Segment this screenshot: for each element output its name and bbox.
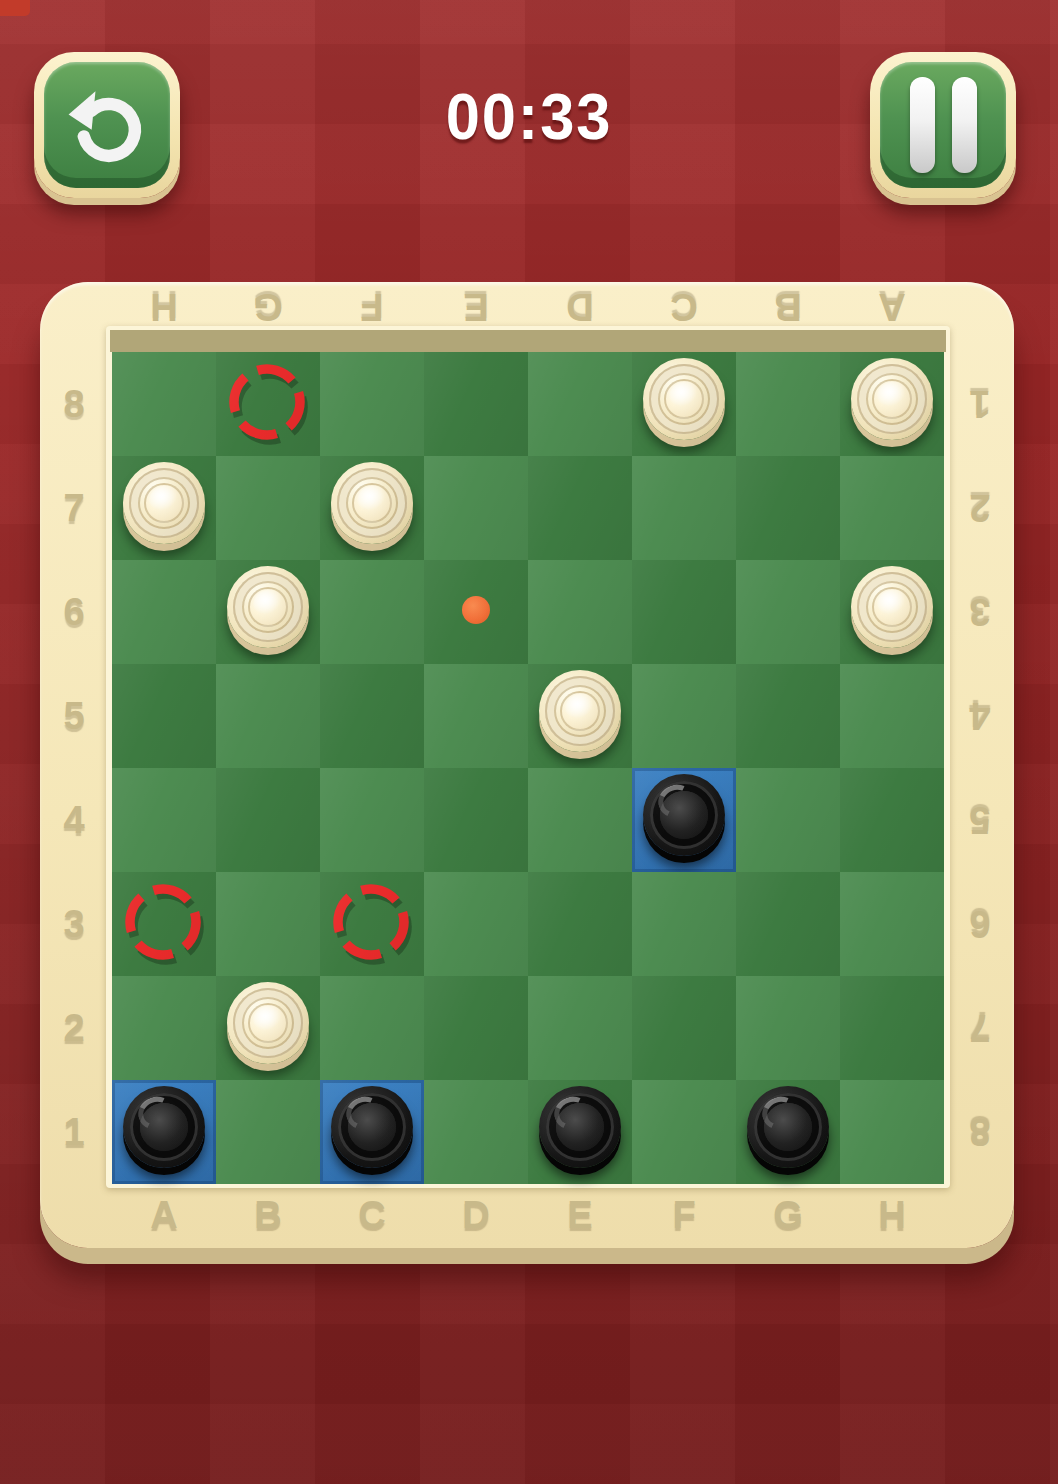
piece-shine xyxy=(654,780,699,822)
square-a8[interactable] xyxy=(112,352,216,456)
piece-shine xyxy=(342,1092,387,1134)
square-d2[interactable] xyxy=(424,976,528,1080)
pause-button-face xyxy=(880,62,1006,188)
file-label-bottom-e: E xyxy=(528,1194,632,1238)
square-b1[interactable] xyxy=(216,1080,320,1184)
rank-label-left-1: 1 xyxy=(42,1080,106,1184)
square-c2[interactable] xyxy=(320,976,424,1080)
square-d6[interactable] xyxy=(424,560,528,664)
rank-label-right-3: 3 xyxy=(948,560,1012,664)
square-b6[interactable] xyxy=(216,560,320,664)
capture-target-ring[interactable] xyxy=(221,356,315,450)
square-f8[interactable] xyxy=(632,352,736,456)
square-h2[interactable] xyxy=(840,976,944,1080)
square-f4[interactable] xyxy=(632,768,736,872)
square-e4[interactable] xyxy=(528,768,632,872)
piece-shine xyxy=(874,586,910,618)
pause-icon xyxy=(910,77,977,173)
piece-shine xyxy=(550,1092,595,1134)
white-checker-c7[interactable] xyxy=(331,462,413,544)
square-e5[interactable] xyxy=(528,664,632,768)
file-label-bottom-b: B xyxy=(216,1194,320,1238)
square-a3[interactable] xyxy=(112,872,216,976)
white-checker-a7[interactable] xyxy=(123,462,205,544)
square-e7[interactable] xyxy=(528,456,632,560)
rank-labels-left: 87654321 xyxy=(42,352,106,1184)
square-a7[interactable] xyxy=(112,456,216,560)
rank-label-right-4: 4 xyxy=(948,664,1012,768)
file-label-bottom-d: D xyxy=(424,1194,528,1238)
white-checker-b2[interactable] xyxy=(227,982,309,1064)
square-e1[interactable] xyxy=(528,1080,632,1184)
square-f3[interactable] xyxy=(632,872,736,976)
capture-target-ring[interactable] xyxy=(117,876,211,970)
piece-shine xyxy=(666,378,702,410)
square-d4[interactable] xyxy=(424,768,528,872)
square-g8[interactable] xyxy=(736,352,840,456)
white-checker-h6[interactable] xyxy=(851,566,933,648)
square-c3[interactable] xyxy=(320,872,424,976)
square-f6[interactable] xyxy=(632,560,736,664)
rank-label-right-5: 5 xyxy=(948,768,1012,872)
rank-label-left-2: 2 xyxy=(42,976,106,1080)
board-frame: HGFEDCBA ABCDEFGH 87654321 12345678 xyxy=(40,282,1014,1248)
square-h4[interactable] xyxy=(840,768,944,872)
file-label-top-h: H xyxy=(112,286,216,328)
black-checker-f4[interactable] xyxy=(643,774,725,856)
square-f2[interactable] xyxy=(632,976,736,1080)
square-c8[interactable] xyxy=(320,352,424,456)
square-a2[interactable] xyxy=(112,976,216,1080)
checkers-game-screen: { "game": "checkers", "hud": { "timer": … xyxy=(0,0,1058,1484)
square-h7[interactable] xyxy=(840,456,944,560)
piece-shine xyxy=(562,690,598,722)
square-e3[interactable] xyxy=(528,872,632,976)
file-label-bottom-a: A xyxy=(112,1194,216,1238)
piece-shine xyxy=(354,482,390,514)
square-g1[interactable] xyxy=(736,1080,840,1184)
file-label-bottom-c: C xyxy=(320,1194,424,1238)
corner-tab xyxy=(0,0,30,16)
square-h6[interactable] xyxy=(840,560,944,664)
square-e8[interactable] xyxy=(528,352,632,456)
square-g7[interactable] xyxy=(736,456,840,560)
piece-shine xyxy=(250,586,286,618)
square-d5[interactable] xyxy=(424,664,528,768)
square-h5[interactable] xyxy=(840,664,944,768)
rank-label-left-5: 5 xyxy=(42,664,106,768)
square-g5[interactable] xyxy=(736,664,840,768)
black-checker-e1[interactable] xyxy=(539,1086,621,1168)
square-b2[interactable] xyxy=(216,976,320,1080)
rank-label-left-8: 8 xyxy=(42,352,106,456)
square-g3[interactable] xyxy=(736,872,840,976)
square-g4[interactable] xyxy=(736,768,840,872)
square-a5[interactable] xyxy=(112,664,216,768)
square-g2[interactable] xyxy=(736,976,840,1080)
square-b7[interactable] xyxy=(216,456,320,560)
square-b5[interactable] xyxy=(216,664,320,768)
board-depth-strip xyxy=(110,330,946,352)
black-checker-a1[interactable] xyxy=(123,1086,205,1168)
piece-shine xyxy=(134,1092,179,1134)
square-f1[interactable] xyxy=(632,1080,736,1184)
file-label-bottom-f: F xyxy=(632,1194,736,1238)
board-grid xyxy=(112,352,944,1184)
square-a6[interactable] xyxy=(112,560,216,664)
square-c1[interactable] xyxy=(320,1080,424,1184)
file-label-top-d: D xyxy=(528,286,632,328)
file-labels-top: HGFEDCBA xyxy=(112,286,944,328)
file-label-top-c: C xyxy=(632,286,736,328)
move-hint-dot[interactable] xyxy=(462,596,490,624)
square-e6[interactable] xyxy=(528,560,632,664)
square-b3[interactable] xyxy=(216,872,320,976)
file-label-top-e: E xyxy=(424,286,528,328)
file-label-bottom-h: H xyxy=(840,1194,944,1238)
square-d3[interactable] xyxy=(424,872,528,976)
piece-shine xyxy=(758,1092,803,1134)
square-h1[interactable] xyxy=(840,1080,944,1184)
square-a4[interactable] xyxy=(112,768,216,872)
file-label-top-f: F xyxy=(320,286,424,328)
white-checker-f8[interactable] xyxy=(643,358,725,440)
square-f5[interactable] xyxy=(632,664,736,768)
rank-label-left-6: 6 xyxy=(42,560,106,664)
rank-label-left-4: 4 xyxy=(42,768,106,872)
square-b4[interactable] xyxy=(216,768,320,872)
rank-label-left-3: 3 xyxy=(42,872,106,976)
square-c4[interactable] xyxy=(320,768,424,872)
file-labels-bottom: ABCDEFGH xyxy=(112,1194,944,1238)
square-c6[interactable] xyxy=(320,560,424,664)
rank-label-right-8: 8 xyxy=(948,1080,1012,1184)
file-label-top-a: A xyxy=(840,286,944,328)
square-b8[interactable] xyxy=(216,352,320,456)
square-d8[interactable] xyxy=(424,352,528,456)
square-a1[interactable] xyxy=(112,1080,216,1184)
rank-label-right-2: 2 xyxy=(948,456,1012,560)
white-checker-h8[interactable] xyxy=(851,358,933,440)
square-h8[interactable] xyxy=(840,352,944,456)
capture-target-ring[interactable] xyxy=(325,876,419,970)
white-checker-b6[interactable] xyxy=(227,566,309,648)
file-label-top-g: G xyxy=(216,286,320,328)
piece-shine xyxy=(146,482,182,514)
square-d7[interactable] xyxy=(424,456,528,560)
rank-label-right-6: 6 xyxy=(948,872,1012,976)
rank-label-right-1: 1 xyxy=(948,352,1012,456)
rank-labels-right: 12345678 xyxy=(948,352,1012,1184)
square-f7[interactable] xyxy=(632,456,736,560)
square-d1[interactable] xyxy=(424,1080,528,1184)
pause-button[interactable] xyxy=(870,52,1016,198)
file-label-top-b: B xyxy=(736,286,840,328)
rank-label-right-7: 7 xyxy=(948,976,1012,1080)
file-label-bottom-g: G xyxy=(736,1194,840,1238)
square-h3[interactable] xyxy=(840,872,944,976)
rank-label-left-7: 7 xyxy=(42,456,106,560)
square-e2[interactable] xyxy=(528,976,632,1080)
piece-shine xyxy=(250,1002,286,1034)
square-c7[interactable] xyxy=(320,456,424,560)
white-checker-e5[interactable] xyxy=(539,670,621,752)
piece-shine xyxy=(874,378,910,410)
square-c5[interactable] xyxy=(320,664,424,768)
black-checker-c1[interactable] xyxy=(331,1086,413,1168)
square-g6[interactable] xyxy=(736,560,840,664)
black-checker-g1[interactable] xyxy=(747,1086,829,1168)
